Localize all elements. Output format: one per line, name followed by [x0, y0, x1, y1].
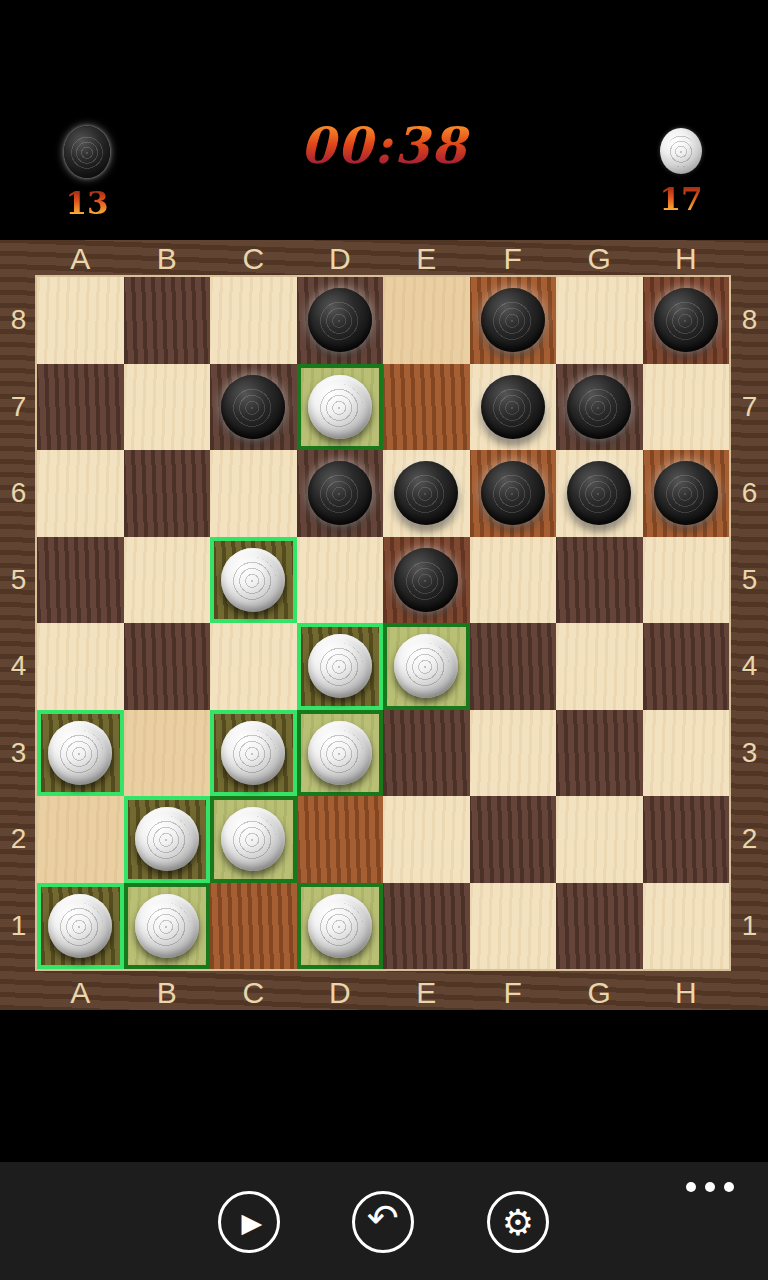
- rank-label-2-left: 2: [0, 796, 37, 883]
- square-c2[interactable]: [210, 796, 297, 883]
- black-piece-e5[interactable]: [394, 548, 458, 612]
- square-c7[interactable]: [210, 364, 297, 451]
- square-b7[interactable]: [124, 364, 211, 451]
- white-piece-c3[interactable]: [221, 721, 285, 785]
- square-e1[interactable]: [383, 883, 470, 970]
- square-f1[interactable]: [470, 883, 557, 970]
- square-d3[interactable]: [297, 710, 384, 797]
- square-c3[interactable]: [210, 710, 297, 797]
- white-count: 17: [646, 181, 716, 217]
- file-label-a-top: A: [37, 242, 124, 276]
- square-d4[interactable]: [297, 623, 384, 710]
- settings-button[interactable]: ⚙: [487, 1191, 549, 1253]
- file-label-e-bottom: E: [383, 976, 470, 1010]
- rank-label-5-right: 5: [731, 537, 768, 624]
- square-e6[interactable]: [383, 450, 470, 537]
- white-player-hud: 17: [646, 128, 716, 217]
- file-labels-top: ABCDEFGH: [37, 242, 729, 276]
- rank-label-5-left: 5: [0, 537, 37, 624]
- square-f5[interactable]: [470, 537, 557, 624]
- square-g7[interactable]: [556, 364, 643, 451]
- play-button[interactable]: ▶: [218, 1191, 280, 1253]
- file-label-e-top: E: [383, 242, 470, 276]
- square-f7[interactable]: [470, 364, 557, 451]
- white-piece-d3[interactable]: [308, 721, 372, 785]
- gear-icon: ⚙: [502, 1202, 534, 1243]
- more-button[interactable]: [686, 1182, 734, 1192]
- square-a7[interactable]: [37, 364, 124, 451]
- rank-label-7-right: 7: [731, 364, 768, 451]
- square-b2[interactable]: [124, 796, 211, 883]
- black-piece-d6[interactable]: [308, 461, 372, 525]
- square-e5[interactable]: [383, 537, 470, 624]
- black-count: 13: [52, 185, 122, 221]
- square-b4[interactable]: [124, 623, 211, 710]
- file-label-f-bottom: F: [470, 976, 557, 1010]
- square-g6[interactable]: [556, 450, 643, 537]
- black-piece-c7[interactable]: [221, 375, 285, 439]
- play-icon: ▶: [242, 1207, 263, 1238]
- board-grid: [37, 277, 729, 969]
- square-e8[interactable]: [383, 277, 470, 364]
- rank-label-8-right: 8: [731, 277, 768, 364]
- square-a2[interactable]: [37, 796, 124, 883]
- square-g1[interactable]: [556, 883, 643, 970]
- square-b1[interactable]: [124, 883, 211, 970]
- square-h8[interactable]: [643, 277, 730, 364]
- square-g5[interactable]: [556, 537, 643, 624]
- square-c1[interactable]: [210, 883, 297, 970]
- file-label-h-top: H: [643, 242, 730, 276]
- white-piece-icon: [660, 128, 702, 174]
- square-d6[interactable]: [297, 450, 384, 537]
- file-label-a-bottom: A: [37, 976, 124, 1010]
- square-d5[interactable]: [297, 537, 384, 624]
- file-label-c-top: C: [210, 242, 297, 276]
- square-a1[interactable]: [37, 883, 124, 970]
- square-e4[interactable]: [383, 623, 470, 710]
- white-piece-d7[interactable]: [308, 375, 372, 439]
- square-f2[interactable]: [470, 796, 557, 883]
- square-e7[interactable]: [383, 364, 470, 451]
- square-g2[interactable]: [556, 796, 643, 883]
- file-label-c-bottom: C: [210, 976, 297, 1010]
- white-piece-e4[interactable]: [394, 634, 458, 698]
- rank-labels-left: 87654321: [0, 277, 37, 969]
- square-h5[interactable]: [643, 537, 730, 624]
- square-a3[interactable]: [37, 710, 124, 797]
- file-label-f-top: F: [470, 242, 557, 276]
- rank-label-3-left: 3: [0, 710, 37, 797]
- black-piece-d8[interactable]: [308, 288, 372, 352]
- square-f4[interactable]: [470, 623, 557, 710]
- file-label-d-top: D: [297, 242, 384, 276]
- board-frame: ABCDEFGH ABCDEFGH 87654321 87654321: [0, 240, 768, 1010]
- black-piece-h6[interactable]: [654, 461, 718, 525]
- rank-label-1-left: 1: [0, 883, 37, 970]
- square-h7[interactable]: [643, 364, 730, 451]
- black-piece-f6[interactable]: [481, 461, 545, 525]
- white-piece-a1[interactable]: [48, 894, 112, 958]
- white-piece-b2[interactable]: [135, 807, 199, 871]
- square-h3[interactable]: [643, 710, 730, 797]
- square-f3[interactable]: [470, 710, 557, 797]
- square-d1[interactable]: [297, 883, 384, 970]
- black-piece-f8[interactable]: [481, 288, 545, 352]
- square-a5[interactable]: [37, 537, 124, 624]
- rank-label-4-left: 4: [0, 623, 37, 710]
- square-h1[interactable]: [643, 883, 730, 970]
- white-piece-b1[interactable]: [135, 894, 199, 958]
- square-a4[interactable]: [37, 623, 124, 710]
- square-d7[interactable]: [297, 364, 384, 451]
- black-piece-g7[interactable]: [567, 375, 631, 439]
- square-g3[interactable]: [556, 710, 643, 797]
- white-piece-c5[interactable]: [221, 548, 285, 612]
- square-d2[interactable]: [297, 796, 384, 883]
- black-piece-g6[interactable]: [567, 461, 631, 525]
- square-c4[interactable]: [210, 623, 297, 710]
- square-b6[interactable]: [124, 450, 211, 537]
- square-c8[interactable]: [210, 277, 297, 364]
- square-a8[interactable]: [37, 277, 124, 364]
- square-d8[interactable]: [297, 277, 384, 364]
- square-c5[interactable]: [210, 537, 297, 624]
- file-labels-bottom: ABCDEFGH: [37, 976, 729, 1010]
- rank-label-6-left: 6: [0, 450, 37, 537]
- undo-icon: ↶: [367, 1196, 399, 1240]
- square-b5[interactable]: [124, 537, 211, 624]
- file-label-h-bottom: H: [643, 976, 730, 1010]
- square-b3[interactable]: [124, 710, 211, 797]
- rank-label-7-left: 7: [0, 364, 37, 451]
- rank-label-6-right: 6: [731, 450, 768, 537]
- black-piece-h8[interactable]: [654, 288, 718, 352]
- rank-label-1-right: 1: [731, 883, 768, 970]
- square-e2[interactable]: [383, 796, 470, 883]
- square-f8[interactable]: [470, 277, 557, 364]
- black-piece-e6[interactable]: [394, 461, 458, 525]
- app-screen: 13 00:38 17 ABCDEFGH ABCDEFGH 87654321 8…: [0, 0, 768, 1280]
- undo-button[interactable]: ↶: [352, 1191, 414, 1253]
- white-piece-d4[interactable]: [308, 634, 372, 698]
- rank-labels-right: 87654321: [731, 277, 768, 969]
- white-piece-d1[interactable]: [308, 894, 372, 958]
- square-h6[interactable]: [643, 450, 730, 537]
- rank-label-4-right: 4: [731, 623, 768, 710]
- white-piece-a3[interactable]: [48, 721, 112, 785]
- square-g8[interactable]: [556, 277, 643, 364]
- black-piece-f7[interactable]: [481, 375, 545, 439]
- square-f6[interactable]: [470, 450, 557, 537]
- file-label-b-bottom: B: [124, 976, 211, 1010]
- file-label-d-bottom: D: [297, 976, 384, 1010]
- white-piece-c2[interactable]: [221, 807, 285, 871]
- square-h2[interactable]: [643, 796, 730, 883]
- square-g4[interactable]: [556, 623, 643, 710]
- square-e3[interactable]: [383, 710, 470, 797]
- rank-label-3-right: 3: [731, 710, 768, 797]
- square-b8[interactable]: [124, 277, 211, 364]
- file-label-g-top: G: [556, 242, 643, 276]
- rank-label-2-right: 2: [731, 796, 768, 883]
- file-label-g-bottom: G: [556, 976, 643, 1010]
- square-a6[interactable]: [37, 450, 124, 537]
- file-label-b-top: B: [124, 242, 211, 276]
- square-h4[interactable]: [643, 623, 730, 710]
- rank-label-8-left: 8: [0, 277, 37, 364]
- app-bar: ▶ ↶ ⚙: [0, 1162, 768, 1280]
- square-c6[interactable]: [210, 450, 297, 537]
